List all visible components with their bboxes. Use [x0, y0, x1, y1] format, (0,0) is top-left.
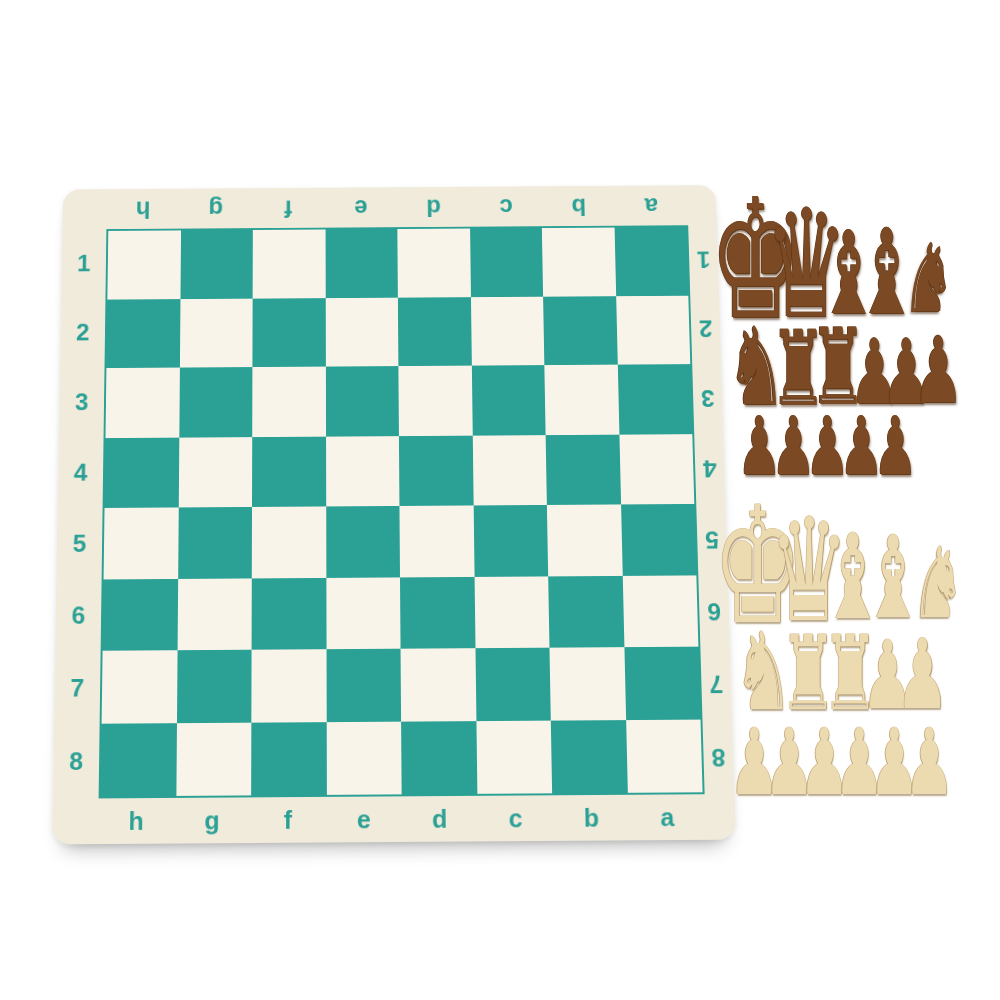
dark-pawn: ♟ — [812, 406, 842, 468]
file-label-top-c: c — [470, 190, 543, 225]
file-label-top-h: h — [106, 192, 179, 227]
dark-piece-row-3: ♟♟♟♟♟ — [744, 406, 910, 468]
light-pawn: ♟ — [914, 717, 945, 787]
square-c2 — [470, 296, 544, 365]
square-g6 — [177, 578, 252, 650]
rank-label-left-3: 3 — [61, 367, 103, 437]
square-a4 — [619, 434, 694, 505]
file-label-top-e: e — [325, 191, 398, 226]
rank-label-left-6: 6 — [57, 579, 99, 652]
square-e8 — [326, 721, 401, 795]
square-h7 — [102, 650, 177, 723]
dark-piece-row-2: ♞♜♜♟♟♟ — [736, 313, 952, 395]
square-a5 — [621, 504, 697, 575]
square-h5 — [104, 507, 179, 579]
square-c8 — [476, 720, 552, 794]
file-label-top-b: b — [542, 189, 615, 224]
square-e6 — [326, 577, 401, 649]
dark-pawn: ♟ — [924, 325, 952, 395]
square-a2 — [616, 295, 691, 364]
square-b1 — [542, 228, 616, 297]
chess-board — [99, 225, 705, 798]
square-e4 — [326, 436, 400, 507]
file-label-bottom-d: d — [402, 800, 478, 838]
file-label-bottom-b: b — [553, 799, 630, 837]
square-f2 — [252, 298, 325, 367]
square-h3 — [105, 368, 179, 438]
square-b4 — [546, 434, 621, 505]
square-h4 — [105, 437, 179, 508]
file-labels-bottom: hgfedcba — [98, 798, 706, 840]
square-g1 — [180, 230, 253, 299]
square-d5 — [399, 505, 474, 577]
square-b3 — [544, 365, 619, 435]
square-c6 — [474, 576, 549, 648]
rank-label-left-8: 8 — [55, 725, 98, 799]
file-label-bottom-c: c — [477, 799, 553, 837]
file-label-top-f: f — [252, 191, 325, 226]
chess-board-mat: hgfedcba hgfedcba 12345678 12345678 — [52, 185, 736, 844]
light-knight: ♞ — [915, 534, 961, 608]
square-f7 — [251, 649, 326, 722]
dark-pawn: ♟ — [744, 406, 774, 468]
square-b2 — [543, 296, 617, 365]
light-pawn: ♟ — [907, 626, 937, 700]
square-c4 — [472, 435, 547, 506]
square-g2 — [179, 298, 252, 367]
square-a8 — [626, 719, 703, 793]
square-g5 — [178, 507, 252, 579]
square-e5 — [326, 506, 400, 578]
square-f5 — [252, 506, 326, 578]
square-f6 — [252, 577, 326, 649]
rank-label-right-3: 3 — [694, 363, 721, 433]
square-g3 — [179, 367, 253, 437]
square-d6 — [400, 576, 475, 648]
square-f8 — [251, 722, 326, 796]
square-g8 — [176, 722, 251, 796]
square-a3 — [617, 364, 692, 434]
square-d8 — [401, 721, 477, 795]
square-g4 — [178, 437, 252, 508]
square-c5 — [473, 505, 548, 576]
square-e7 — [326, 649, 401, 722]
file-label-top-d: d — [397, 190, 470, 225]
square-a1 — [614, 227, 688, 296]
square-c7 — [475, 648, 551, 721]
light-bishop: ♝ — [875, 521, 911, 608]
square-a6 — [622, 575, 698, 647]
square-h2 — [106, 299, 180, 368]
rank-label-left-4: 4 — [60, 437, 102, 508]
file-label-top-a: a — [615, 189, 689, 224]
file-label-bottom-e: e — [326, 800, 402, 838]
dark-piece-row-1: ♚♛♝♝♞ — [730, 177, 950, 303]
square-h6 — [103, 578, 178, 650]
square-b8 — [551, 720, 628, 794]
rank-label-left-7: 7 — [56, 652, 99, 725]
file-label-bottom-f: f — [250, 801, 326, 839]
square-h1 — [107, 230, 180, 299]
file-labels-top: hgfedcba — [106, 189, 688, 227]
square-f4 — [252, 436, 326, 507]
light-knight: ♞ — [741, 618, 785, 700]
square-f3 — [252, 367, 325, 437]
square-e1 — [325, 229, 398, 298]
dark-pawn: ♟ — [880, 406, 910, 468]
square-c1 — [470, 228, 543, 297]
file-label-bottom-a: a — [629, 798, 706, 836]
light-piece-row-5: ♞♜♜♟♟ — [741, 618, 937, 700]
square-d1 — [397, 229, 470, 298]
square-b6 — [548, 575, 624, 647]
square-b5 — [547, 504, 622, 575]
dark-knight: ♞ — [908, 231, 950, 303]
square-d7 — [401, 648, 476, 721]
square-c3 — [471, 365, 545, 435]
light-piece-row-6: ♟♟♟♟♟♟ — [739, 717, 945, 787]
rank-label-left-1: 1 — [63, 229, 104, 298]
file-label-bottom-h: h — [98, 802, 174, 840]
file-label-bottom-g: g — [174, 801, 250, 839]
rank-labels-left: 12345678 — [55, 229, 105, 799]
rank-label-left-2: 2 — [62, 298, 104, 368]
rank-label-left-5: 5 — [58, 508, 100, 580]
dark-bishop: ♝ — [870, 213, 904, 303]
square-g7 — [176, 650, 251, 723]
square-d3 — [398, 366, 472, 436]
square-d2 — [398, 297, 471, 366]
light-piece-row-4: ♚♛♝♝♞ — [733, 485, 961, 608]
dark-pawn: ♟ — [846, 406, 876, 468]
square-e2 — [325, 297, 398, 366]
file-label-top-g: g — [179, 192, 252, 227]
square-a7 — [624, 647, 701, 720]
square-b7 — [549, 647, 625, 720]
dark-pawn: ♟ — [778, 406, 808, 468]
square-h8 — [101, 723, 177, 797]
square-e3 — [325, 366, 399, 436]
square-d4 — [399, 435, 473, 506]
square-f1 — [253, 229, 326, 298]
